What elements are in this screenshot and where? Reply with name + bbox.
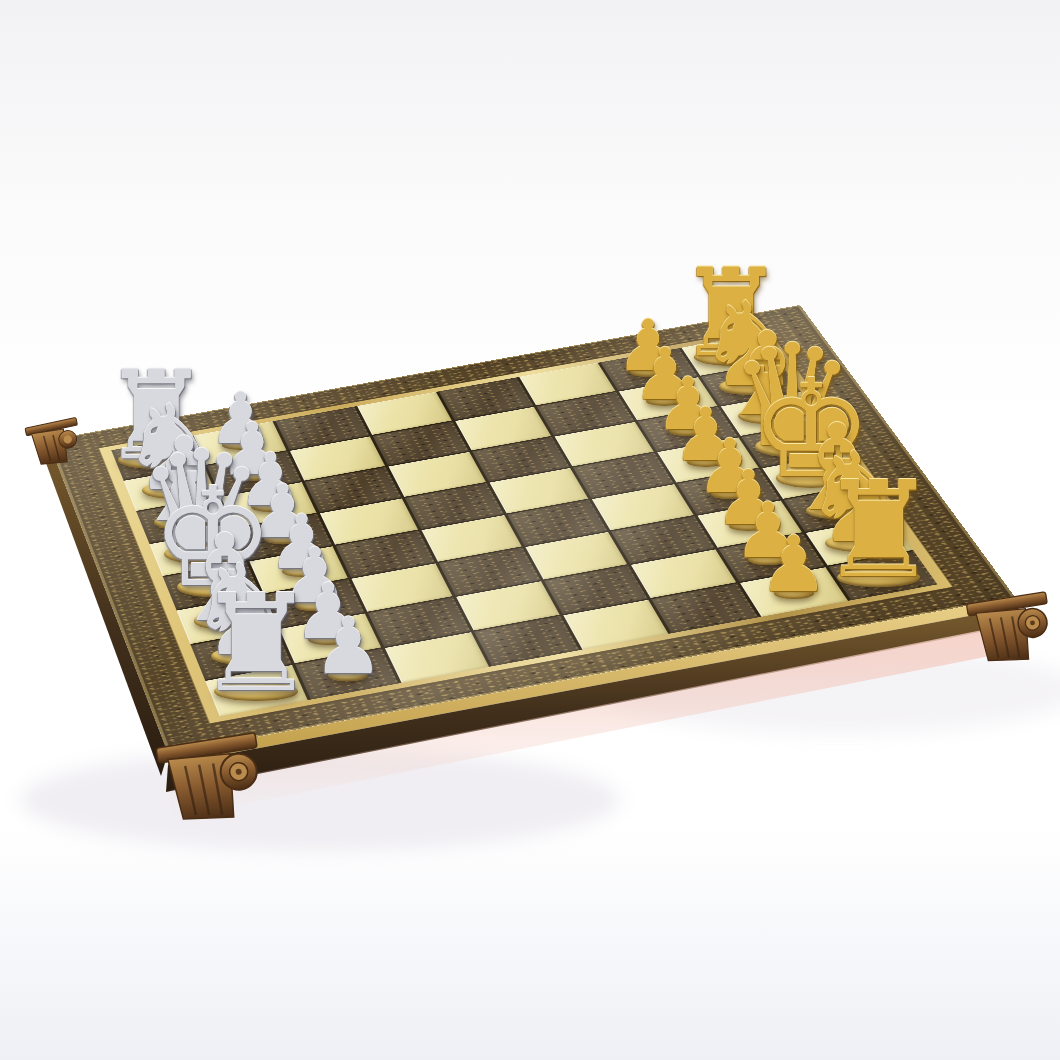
board-feet [0,0,1060,1060]
board-foot-near-left [156,733,267,828]
chess-set-photo: ♜♞♝♛♚♝♞♜♟♟♟♟♟♟♟♟♟♟♟♟♟♟♟♟♜♞♝♛♚♝♞♜ [0,0,1060,1060]
board-foot-right [966,592,1055,668]
board-foot-far-left [25,417,85,469]
